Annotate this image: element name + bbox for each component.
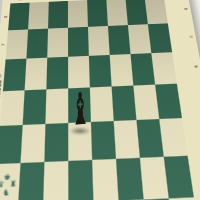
rank-label-5: 5 [184,94,200,105]
square-f8[interactable] [106,0,128,26]
square-d3[interactable] [68,160,93,200]
square-c7[interactable] [47,28,68,58]
square-c8[interactable] [48,1,68,29]
square-h6[interactable] [151,52,177,84]
square-c6[interactable] [46,57,68,90]
logo-piece-icon: ♜ [10,179,17,188]
square-h5[interactable] [155,84,182,119]
square-f7[interactable] [108,25,131,55]
square-h3[interactable] [164,156,194,199]
square-e6[interactable] [89,55,112,88]
rank-label-8: 8 [170,5,200,13]
square-b5[interactable] [23,89,47,125]
square-a8[interactable] [8,3,29,31]
square-e7[interactable] [88,26,110,56]
square-h7[interactable] [148,23,172,53]
photo-scene: abcdefgh 87654321 87654321 ♚♛♜♞ ♔ US CHE… [0,0,200,200]
square-b7[interactable] [26,29,48,59]
square-h4[interactable] [159,118,187,157]
square-b3[interactable] [18,162,44,200]
rank-label-6: 6 [179,62,200,72]
chess-board: abcdefgh 87654321 87654321 ♚♛♜♞ ♔ US CHE… [0,0,200,200]
rank-label-3: 3 [196,169,200,182]
square-d7[interactable] [68,27,89,57]
logo-piece-icon: ♞ [2,187,10,196]
square-h2[interactable] [169,197,200,200]
board-grid: ♚♛♜♞ [0,0,200,200]
square-a7[interactable] [6,29,28,59]
square-h8[interactable] [145,0,168,24]
square-b8[interactable] [28,2,49,30]
square-d8[interactable] [68,0,88,28]
crown-icon: ♔ [0,74,2,78]
square-f5[interactable] [112,86,137,121]
square-e3[interactable] [92,159,118,200]
square-b6[interactable] [25,58,48,91]
rank-label-4: 4 [190,130,200,142]
square-a5[interactable] [0,90,25,126]
square-f4[interactable] [114,120,140,159]
square-c3[interactable] [43,161,68,200]
us-chess-logo: ♚♛♜♞ [0,172,17,197]
rank-label-7: 7 [175,32,200,41]
black-bishop[interactable]: ♝ [62,86,98,136]
square-f6[interactable] [110,54,134,86]
square-b4[interactable] [21,124,46,163]
square-a6[interactable] [3,59,27,92]
square-a4[interactable] [0,125,23,164]
board-rotation-wrap: abcdefgh 87654321 87654321 ♚♛♜♞ ♔ US CHE… [3,0,198,200]
square-a3[interactable]: ♚♛♜♞ [0,163,21,200]
black-bishop-glyph: ♝ [70,85,89,132]
square-e8[interactable] [87,0,108,27]
